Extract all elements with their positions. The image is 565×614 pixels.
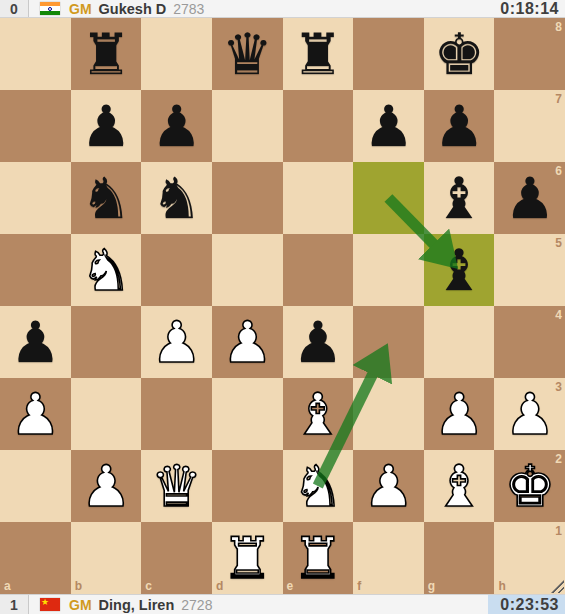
piece-black-bishop: ♝ xyxy=(424,162,495,234)
coordinate-rank-6: 6 xyxy=(555,164,562,178)
piece-white-bishop: ♝ xyxy=(424,450,495,522)
piece-white-rook: ♜ xyxy=(283,522,354,594)
square-d1[interactable]: ♜d xyxy=(212,522,283,594)
coordinate-rank-1: 1 xyxy=(555,524,562,538)
coordinate-rank-5: 5 xyxy=(555,236,562,250)
coordinate-rank-8: 8 xyxy=(555,20,562,34)
piece-black-pawn: ♟ xyxy=(283,306,354,378)
square-h6[interactable]: ♟6 xyxy=(494,162,565,234)
square-g7[interactable]: ♟ xyxy=(424,90,495,162)
square-b4[interactable] xyxy=(71,306,142,378)
coordinate-rank-7: 7 xyxy=(555,92,562,106)
square-a4[interactable]: ♟ xyxy=(0,306,71,378)
piece-black-pawn: ♟ xyxy=(0,306,71,378)
player-bar-top: 0 GM Gukesh D 2783 0:18:14 xyxy=(0,0,565,18)
square-b2[interactable]: ♟ xyxy=(71,450,142,522)
piece-white-knight: ♞ xyxy=(71,234,142,306)
player-rating-top: 2783 xyxy=(173,1,204,17)
coordinate-file-b: b xyxy=(75,579,82,593)
square-h7[interactable]: 7 xyxy=(494,90,565,162)
square-h4[interactable]: 4 xyxy=(494,306,565,378)
square-c8[interactable] xyxy=(141,18,212,90)
match-score-top: 0 xyxy=(0,0,29,17)
coordinate-file-g: g xyxy=(428,579,435,593)
square-e2[interactable]: ♞ xyxy=(283,450,354,522)
square-a8[interactable] xyxy=(0,18,71,90)
piece-black-knight: ♞ xyxy=(141,162,212,234)
square-c4[interactable]: ♟ xyxy=(141,306,212,378)
square-f1[interactable]: f xyxy=(353,522,424,594)
piece-black-king: ♚ xyxy=(424,18,495,90)
square-a3[interactable]: ♟ xyxy=(0,378,71,450)
piece-black-queen: ♛ xyxy=(212,18,283,90)
square-e7[interactable] xyxy=(283,90,354,162)
piece-white-king: ♚ xyxy=(494,450,565,522)
square-e5[interactable] xyxy=(283,234,354,306)
player-bar-bottom: 1 ★ GM Ding, Liren 2728 0:23:53 xyxy=(0,594,565,614)
piece-white-pawn: ♟ xyxy=(353,450,424,522)
match-score-bottom: 1 xyxy=(0,595,29,614)
coordinate-file-c: c xyxy=(145,579,152,593)
square-e1[interactable]: ♜e xyxy=(283,522,354,594)
square-c2[interactable]: ♛ xyxy=(141,450,212,522)
square-e3[interactable]: ♝ xyxy=(283,378,354,450)
square-a5[interactable] xyxy=(0,234,71,306)
square-b7[interactable]: ♟ xyxy=(71,90,142,162)
square-c5[interactable] xyxy=(141,234,212,306)
square-a6[interactable] xyxy=(0,162,71,234)
player-title-top: GM xyxy=(69,1,92,17)
chess-board: ♜♛♜♚8♟♟♟♟7♞♞♝♟6♞♝5♟♟♟♟4♟♝♟♟3♟♛♞♟♝♚2abc♜d… xyxy=(0,18,565,594)
square-b5[interactable]: ♞ xyxy=(71,234,142,306)
square-c6[interactable]: ♞ xyxy=(141,162,212,234)
square-g2[interactable]: ♝ xyxy=(424,450,495,522)
square-d5[interactable] xyxy=(212,234,283,306)
piece-white-bishop: ♝ xyxy=(283,378,354,450)
square-g6[interactable]: ♝ xyxy=(424,162,495,234)
square-a7[interactable] xyxy=(0,90,71,162)
square-c1[interactable]: c xyxy=(141,522,212,594)
piece-white-pawn: ♟ xyxy=(212,306,283,378)
piece-black-rook: ♜ xyxy=(71,18,142,90)
ashoka-chakra-icon xyxy=(48,7,52,11)
square-h3[interactable]: ♟3 xyxy=(494,378,565,450)
square-f6[interactable] xyxy=(353,162,424,234)
coordinate-rank-4: 4 xyxy=(555,308,562,322)
coordinate-file-a: a xyxy=(4,579,11,593)
player-title-bottom: GM xyxy=(69,597,92,613)
piece-white-pawn: ♟ xyxy=(141,306,212,378)
coordinate-rank-3: 3 xyxy=(555,380,562,394)
square-d2[interactable] xyxy=(212,450,283,522)
piece-white-queen: ♛ xyxy=(141,450,212,522)
piece-black-pawn: ♟ xyxy=(494,162,565,234)
piece-black-pawn: ♟ xyxy=(71,90,142,162)
square-f4[interactable] xyxy=(353,306,424,378)
piece-black-rook: ♜ xyxy=(283,18,354,90)
square-f2[interactable]: ♟ xyxy=(353,450,424,522)
piece-white-pawn: ♟ xyxy=(424,378,495,450)
piece-black-pawn: ♟ xyxy=(424,90,495,162)
china-star-icon: ★ xyxy=(41,596,49,609)
china-flag-icon: ★ xyxy=(40,598,60,611)
clock-bottom: 0:23:53 xyxy=(488,595,565,614)
player-rating-bottom: 2728 xyxy=(181,597,212,613)
square-e8[interactable]: ♜ xyxy=(283,18,354,90)
square-b1[interactable]: b xyxy=(71,522,142,594)
square-d4[interactable]: ♟ xyxy=(212,306,283,378)
player-name-top: Gukesh D xyxy=(99,1,167,17)
coordinate-file-d: d xyxy=(216,579,223,593)
square-c3[interactable] xyxy=(141,378,212,450)
india-flag-icon xyxy=(40,2,60,15)
piece-black-bishop: ♝ xyxy=(424,234,495,306)
square-b8[interactable]: ♜ xyxy=(71,18,142,90)
piece-white-pawn: ♟ xyxy=(0,378,71,450)
square-b3[interactable] xyxy=(71,378,142,450)
square-b6[interactable]: ♞ xyxy=(71,162,142,234)
piece-white-knight: ♞ xyxy=(283,450,354,522)
piece-white-pawn: ♟ xyxy=(494,378,565,450)
square-g1[interactable]: g xyxy=(424,522,495,594)
square-e6[interactable] xyxy=(283,162,354,234)
square-h1[interactable]: 1h xyxy=(494,522,565,594)
square-f3[interactable] xyxy=(353,378,424,450)
square-h5[interactable]: 5 xyxy=(494,234,565,306)
piece-black-pawn: ♟ xyxy=(353,90,424,162)
coordinate-file-e: e xyxy=(287,579,294,593)
piece-white-pawn: ♟ xyxy=(71,450,142,522)
square-e4[interactable]: ♟ xyxy=(283,306,354,378)
square-d8[interactable]: ♛ xyxy=(212,18,283,90)
clock-top: 0:18:14 xyxy=(494,0,565,17)
coordinate-file-f: f xyxy=(357,579,361,593)
player-name-bottom: Ding, Liren xyxy=(99,597,175,613)
square-f8[interactable] xyxy=(353,18,424,90)
square-d6[interactable] xyxy=(212,162,283,234)
coordinate-rank-2: 2 xyxy=(555,452,562,466)
square-a2[interactable] xyxy=(0,450,71,522)
chess-app: 0 GM Gukesh D 2783 0:18:14 ♜♛♜♚8♟♟♟♟7♞♞♝… xyxy=(0,0,565,614)
square-g8[interactable]: ♚ xyxy=(424,18,495,90)
square-d3[interactable] xyxy=(212,378,283,450)
square-c7[interactable]: ♟ xyxy=(141,90,212,162)
square-h8[interactable]: 8 xyxy=(494,18,565,90)
square-a1[interactable]: a xyxy=(0,522,71,594)
square-h2[interactable]: ♚2 xyxy=(494,450,565,522)
square-g3[interactable]: ♟ xyxy=(424,378,495,450)
square-g5[interactable]: ♝ xyxy=(424,234,495,306)
piece-black-pawn: ♟ xyxy=(141,90,212,162)
piece-black-knight: ♞ xyxy=(71,162,142,234)
piece-white-rook: ♜ xyxy=(212,522,283,594)
square-g4[interactable] xyxy=(424,306,495,378)
square-f5[interactable] xyxy=(353,234,424,306)
coordinate-file-h: h xyxy=(498,579,505,593)
square-d7[interactable] xyxy=(212,90,283,162)
square-f7[interactable]: ♟ xyxy=(353,90,424,162)
